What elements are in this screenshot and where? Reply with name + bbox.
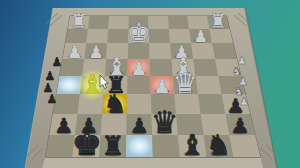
black-queen-d7[interactable]: ♛: [151, 105, 179, 140]
square-b6[interactable]: [198, 94, 225, 114]
white-rook-h1[interactable]: ♜: [70, 10, 88, 33]
white-pawn-h3[interactable]: ♟: [67, 42, 83, 62]
square-b5[interactable]: [196, 76, 222, 94]
black-pawn-a7[interactable]: ♟: [231, 114, 250, 138]
black-bishop-c8[interactable]: ♝: [179, 128, 205, 162]
chess-titans-window: ♟♟♟♟♟♞♟♞♟♜♜♚♟♟♟♟♝♟♝♛♟♜♝♟♞♟♛♟♟♟♞♝♜♚: [0, 0, 300, 168]
square-d4[interactable]: [150, 59, 173, 76]
captured-black-pawn: ♟: [47, 92, 58, 106]
square-d3[interactable]: [149, 43, 171, 59]
white-queen-c5[interactable]: ♛: [173, 67, 198, 100]
square-d2[interactable]: [149, 29, 170, 43]
black-pawn-e7[interactable]: ♟: [130, 114, 149, 138]
white-pawn-e4[interactable]: ♟: [131, 58, 147, 79]
black-pawn-h7[interactable]: ♟: [54, 114, 73, 138]
square-d1[interactable]: [148, 16, 169, 29]
black-rook-f8[interactable]: ♜: [101, 131, 125, 161]
square-e5[interactable]: [127, 76, 151, 94]
square-a3[interactable]: [212, 43, 237, 59]
white-pawn-b2[interactable]: ♟: [193, 26, 208, 46]
black-knight-b8[interactable]: ♞: [206, 129, 231, 162]
black-knight-f6-selected[interactable]: ♞: [103, 89, 126, 119]
captured-black-pawn: ♟: [52, 55, 63, 69]
board-scene: ♟♟♟♟♟♞♟♞♟♜♜♚♟♟♟♟♝♟♝♛♟♜♝♟♞♟♛♟♟♟♞♝♜♚: [0, 0, 300, 168]
square-g1[interactable]: [88, 16, 109, 29]
white-rook-a1[interactable]: ♜: [209, 10, 227, 33]
square-e6[interactable]: [127, 94, 152, 114]
black-king-g8[interactable]: ♚: [71, 123, 102, 163]
white-pawn-g3[interactable]: ♟: [88, 42, 104, 62]
white-king-e2[interactable]: ♚: [127, 17, 151, 48]
white-pawn-d5[interactable]: ♟: [154, 75, 171, 97]
square-c1[interactable]: [168, 16, 189, 29]
square-f2[interactable]: [107, 29, 128, 43]
